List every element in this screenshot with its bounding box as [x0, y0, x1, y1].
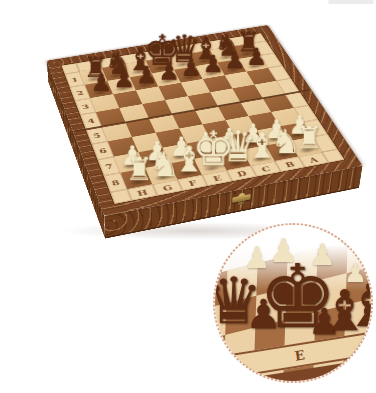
- inset-dark-b-piece: ♝: [344, 275, 373, 335]
- black-p-piece: ♟: [136, 64, 158, 87]
- white-n-piece: ♞: [149, 148, 180, 181]
- product-photo-chess-set: 1♜♞♝♚♛♝♞♜2♟♟♟♟♟♟♟♟34567♟♟♟♟♟♟♟♟8♜♞♝♚♛♝♞♜…: [0, 0, 376, 393]
- black-p-piece: ♟: [180, 57, 202, 80]
- black-p-piece: ♟: [202, 53, 224, 76]
- inset-letter-label: E: [293, 347, 305, 363]
- square: [149, 114, 179, 133]
- black-p-piece: ♟: [90, 72, 112, 95]
- black-p-piece: ♟: [113, 68, 135, 91]
- square: [136, 87, 165, 104]
- square: [165, 96, 195, 114]
- band-cell: [322, 149, 344, 162]
- black-p-piece: ♟: [246, 46, 267, 69]
- white-r-piece: ♜: [125, 155, 153, 185]
- brass-clasp: [232, 191, 251, 206]
- black-p-piece: ♟: [224, 50, 245, 73]
- detail-inset-circle: E ♟♟♟♟♛♟♚♟♝♝: [213, 223, 373, 383]
- square: ♜: [121, 168, 153, 189]
- band-cell: [268, 65, 291, 80]
- chess-board: 1♜♞♝♚♛♝♞♜2♟♟♟♟♟♟♟♟34567♟♟♟♟♟♟♟♟8♜♞♝♚♛♝♞♜…: [47, 25, 363, 216]
- black-p-piece: ♟: [158, 61, 180, 84]
